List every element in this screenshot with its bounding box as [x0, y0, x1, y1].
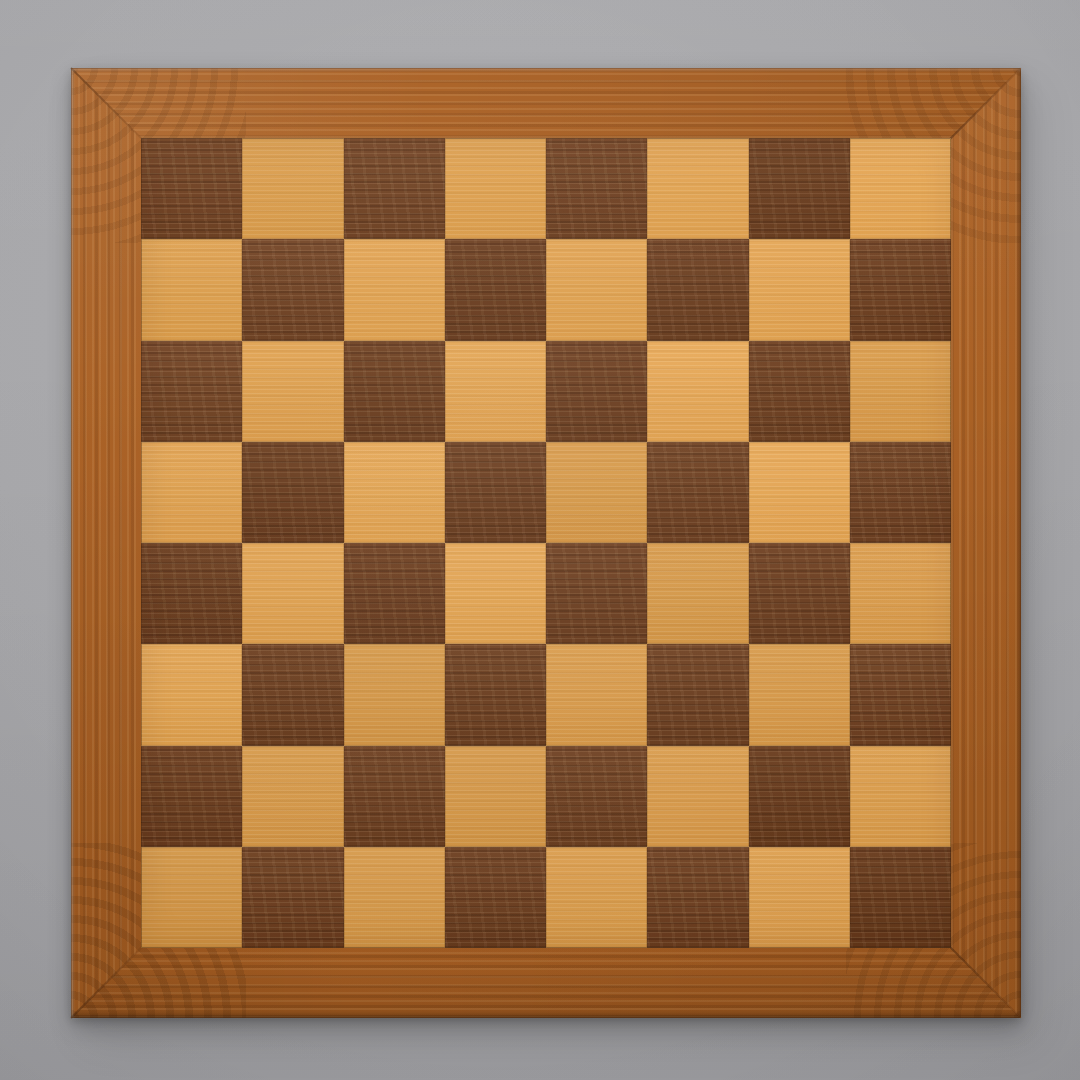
square-b7[interactable]: [242, 746, 343, 847]
square-h6[interactable]: [850, 644, 951, 745]
square-d3[interactable]: [445, 341, 546, 442]
square-f4[interactable]: [647, 442, 748, 543]
square-f5[interactable]: [647, 543, 748, 644]
square-g4[interactable]: [749, 442, 850, 543]
square-c4[interactable]: [344, 442, 445, 543]
square-c2[interactable]: [344, 239, 445, 340]
square-b3[interactable]: [242, 341, 343, 442]
square-g8[interactable]: [749, 847, 850, 948]
square-c5[interactable]: [344, 543, 445, 644]
square-e2[interactable]: [546, 239, 647, 340]
square-d2[interactable]: [445, 239, 546, 340]
square-b6[interactable]: [242, 644, 343, 745]
square-g7[interactable]: [749, 746, 850, 847]
board-squares-grid: [141, 138, 951, 948]
square-f2[interactable]: [647, 239, 748, 340]
square-b4[interactable]: [242, 442, 343, 543]
square-a3[interactable]: [141, 341, 242, 442]
square-f6[interactable]: [647, 644, 748, 745]
square-d6[interactable]: [445, 644, 546, 745]
square-d8[interactable]: [445, 847, 546, 948]
square-b1[interactable]: [242, 138, 343, 239]
square-a8[interactable]: [141, 847, 242, 948]
square-h1[interactable]: [850, 138, 951, 239]
square-h7[interactable]: [850, 746, 951, 847]
photo-background: [0, 0, 1080, 1080]
square-d5[interactable]: [445, 543, 546, 644]
square-e3[interactable]: [546, 341, 647, 442]
square-h4[interactable]: [850, 442, 951, 543]
square-g5[interactable]: [749, 543, 850, 644]
square-c6[interactable]: [344, 644, 445, 745]
square-h2[interactable]: [850, 239, 951, 340]
square-h3[interactable]: [850, 341, 951, 442]
square-c8[interactable]: [344, 847, 445, 948]
square-b5[interactable]: [242, 543, 343, 644]
square-e4[interactable]: [546, 442, 647, 543]
square-b2[interactable]: [242, 239, 343, 340]
square-g2[interactable]: [749, 239, 850, 340]
square-a4[interactable]: [141, 442, 242, 543]
square-c3[interactable]: [344, 341, 445, 442]
board-frame-top: [71, 68, 1021, 138]
square-e1[interactable]: [546, 138, 647, 239]
square-g1[interactable]: [749, 138, 850, 239]
board-frame-bottom: [71, 948, 1021, 1018]
square-e7[interactable]: [546, 746, 647, 847]
square-a2[interactable]: [141, 239, 242, 340]
square-b8[interactable]: [242, 847, 343, 948]
square-a6[interactable]: [141, 644, 242, 745]
square-f3[interactable]: [647, 341, 748, 442]
square-h5[interactable]: [850, 543, 951, 644]
square-g6[interactable]: [749, 644, 850, 745]
board-frame-left: [71, 68, 141, 1018]
chessboard: [71, 68, 1021, 1018]
square-e6[interactable]: [546, 644, 647, 745]
square-e5[interactable]: [546, 543, 647, 644]
square-e8[interactable]: [546, 847, 647, 948]
square-h8[interactable]: [850, 847, 951, 948]
square-f1[interactable]: [647, 138, 748, 239]
square-a5[interactable]: [141, 543, 242, 644]
square-c1[interactable]: [344, 138, 445, 239]
square-d4[interactable]: [445, 442, 546, 543]
square-f7[interactable]: [647, 746, 748, 847]
square-d1[interactable]: [445, 138, 546, 239]
square-a7[interactable]: [141, 746, 242, 847]
square-c7[interactable]: [344, 746, 445, 847]
square-g3[interactable]: [749, 341, 850, 442]
square-d7[interactable]: [445, 746, 546, 847]
square-f8[interactable]: [647, 847, 748, 948]
board-frame-right: [951, 68, 1021, 1018]
square-a1[interactable]: [141, 138, 242, 239]
